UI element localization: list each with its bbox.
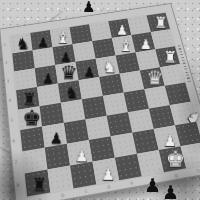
file-label: g: [174, 172, 178, 178]
captured-black-pawn: ♟: [144, 176, 161, 195]
rank-label: 2: [5, 60, 8, 65]
file-label: c: [84, 188, 88, 194]
file-label: b: [61, 192, 65, 198]
photo-frame: ♞♟♝♟♜♟♝♟♟♛♟♞♜♜♞♛♚♟♞♟♟♜♟♚ abcdefgh 123456…: [0, 0, 200, 200]
white-rook: ♜: [163, 50, 177, 66]
square-h4: [115, 154, 142, 180]
board-wrap: ♞♟♝♟♜♟♝♟♟♛♟♞♜♜♞♛♚♟♞♟♟♜♟♚ abcdefgh 123456…: [3, 0, 197, 196]
black-pawn: ♟: [59, 50, 72, 64]
square-d7: [37, 84, 61, 107]
white-pawn: ♟: [101, 167, 115, 183]
white-pawn: ♟: [163, 133, 176, 148]
square-d1: [160, 64, 185, 86]
white-bishop: ♝: [55, 29, 70, 46]
square-h7: [47, 166, 73, 193]
square-h5: ♟: [93, 158, 120, 184]
black-rook: ♜: [31, 176, 47, 194]
captured-black-pawn: ♟: [162, 183, 179, 200]
white-bishop: ♝: [118, 38, 133, 55]
square-h6: [70, 162, 96, 189]
black-queen: ♛: [60, 63, 77, 82]
board-grid: ♞♟♝♟♜♟♝♟♟♛♟♞♜♜♞♛♚♟♞♟♟♜♟♚: [9, 12, 200, 198]
white-pawn: ♟: [74, 148, 88, 163]
square-e6: [61, 99, 85, 123]
black-knight: ♞: [64, 85, 79, 102]
black-pawn: ♟: [41, 71, 54, 85]
black-pawn: ♟: [83, 65, 96, 79]
square-h8: ♜: [25, 170, 51, 197]
square-g8: [22, 148, 47, 174]
square-c6: ♛: [55, 62, 78, 84]
square-f1: ♞: [170, 102, 196, 126]
rank-label: 4: [8, 98, 11, 103]
square-c8: [14, 68, 37, 90]
black-rook: ♜: [21, 92, 36, 109]
rank-label: 7: [14, 160, 18, 166]
square-e8: ♚: [18, 106, 42, 130]
rank-label: 8: [16, 182, 20, 188]
white-rook: ♜: [154, 16, 167, 31]
black-pawn: ♟: [49, 131, 63, 146]
file-label: a: [38, 196, 42, 200]
white-pawn: ♟: [139, 37, 151, 51]
rank-label: 3: [6, 79, 9, 84]
rank-label: 6: [12, 138, 16, 144]
black-king: ♚: [22, 107, 41, 128]
black-knight: ♞: [15, 36, 29, 52]
square-c7: ♟: [35, 65, 58, 87]
file-label: e: [130, 179, 134, 185]
file-label: d: [107, 184, 111, 190]
square-f3: [128, 109, 154, 133]
white-pawn: ♟: [116, 23, 128, 36]
chess-board: ♞♟♝♟♜♟♝♟♟♛♟♞♜♜♞♛♚♟♞♟♟♜♟♚ abcdefgh 123456…: [0, 3, 200, 200]
file-label: h: [196, 168, 200, 174]
rank-label: 5: [10, 117, 13, 122]
rank-label: 1: [3, 43, 6, 48]
black-pawn: ♟: [36, 35, 48, 49]
captured-black-pawn: ♟: [82, 0, 95, 15]
white-knight: ♞: [102, 59, 116, 75]
